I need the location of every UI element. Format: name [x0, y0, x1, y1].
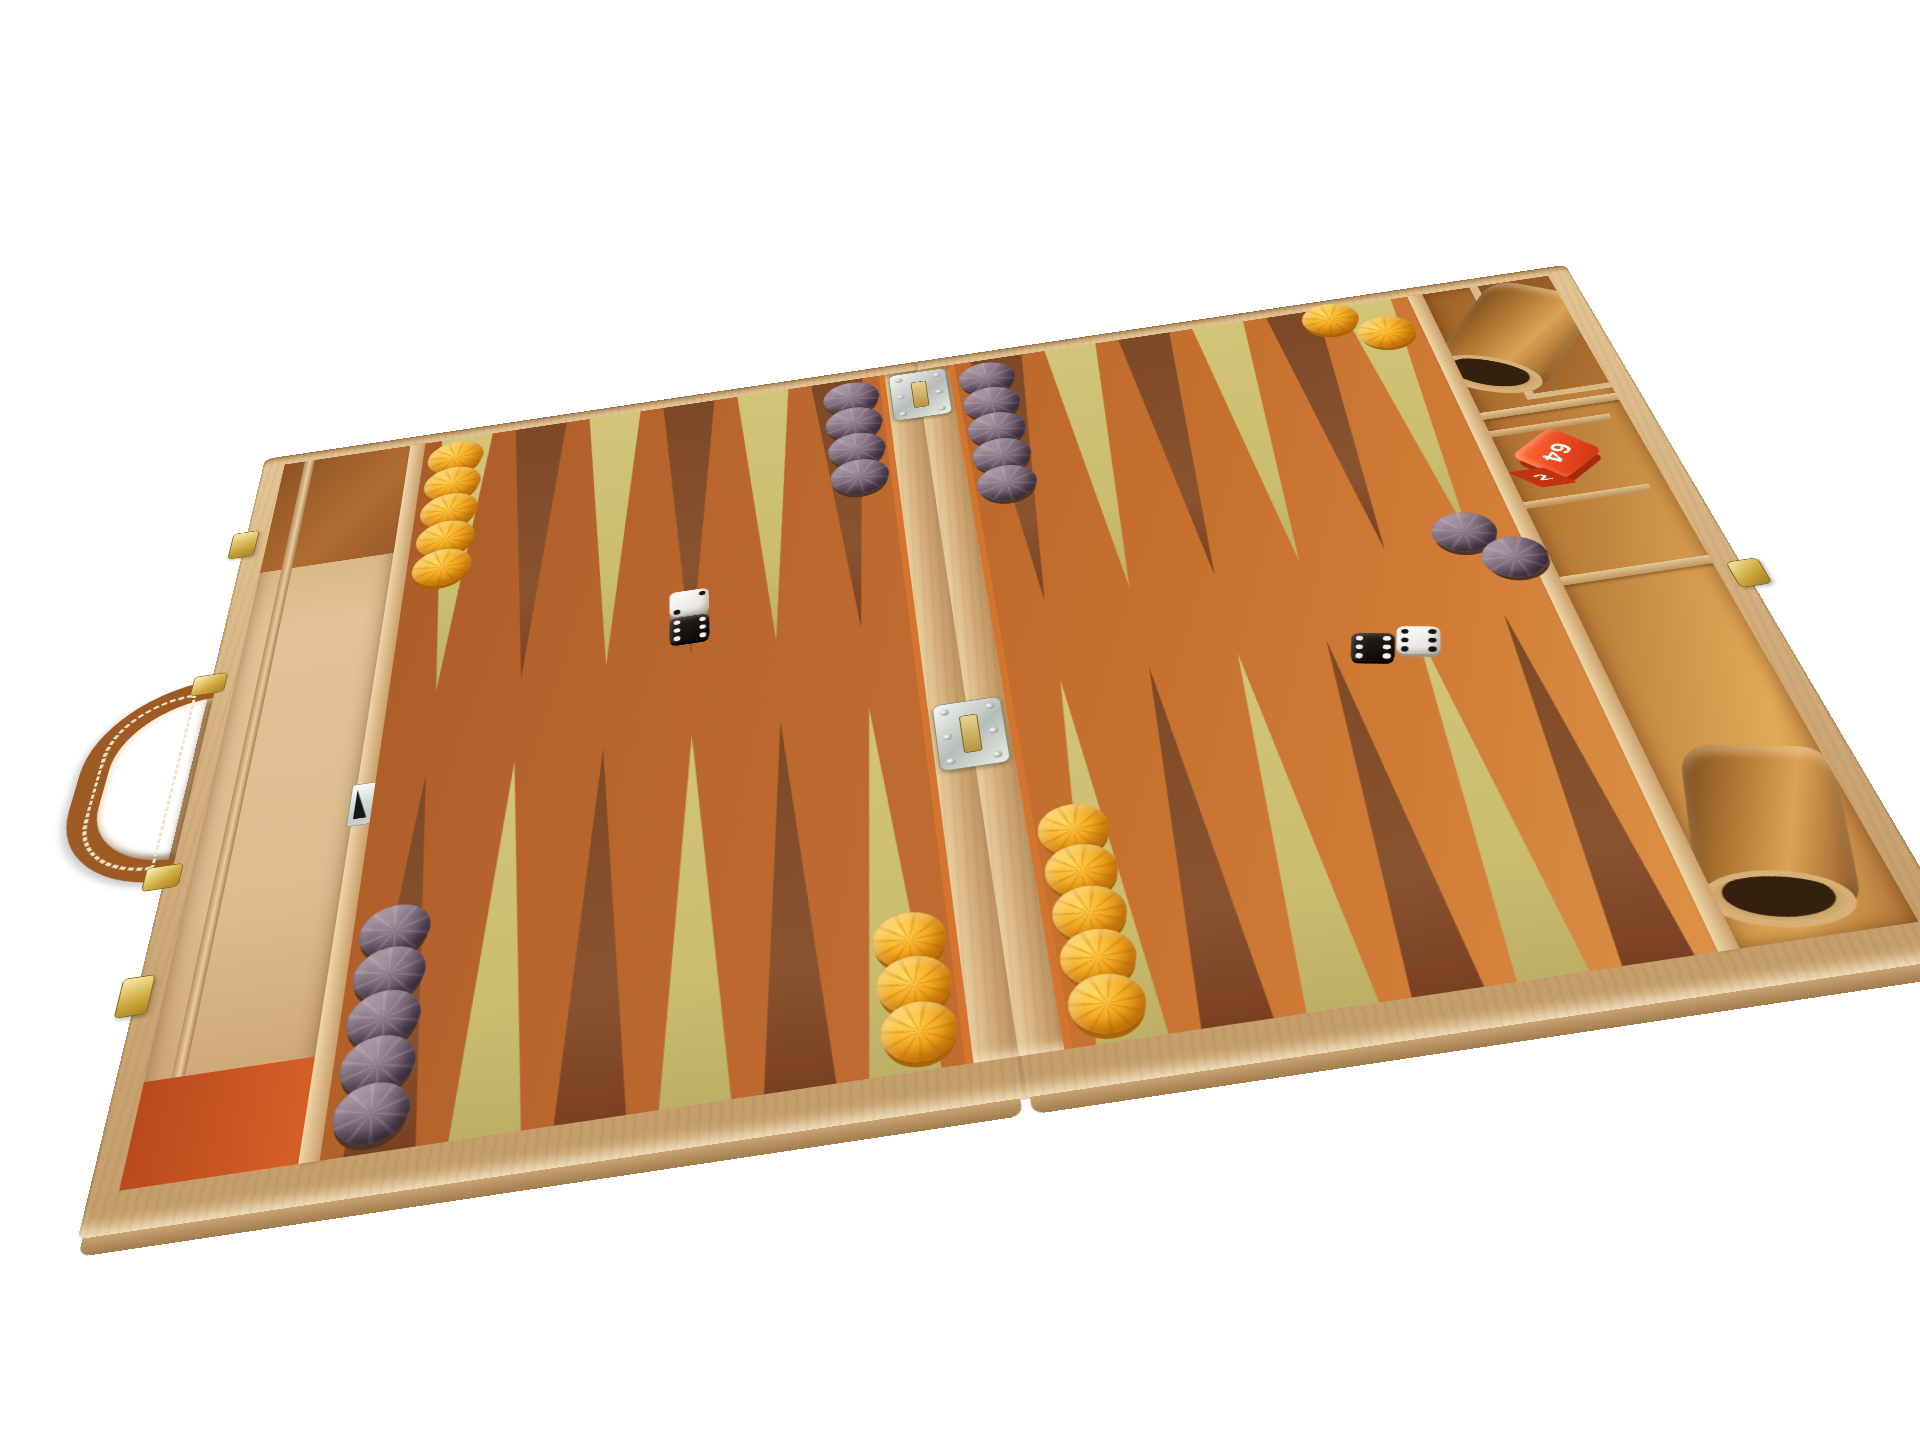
- die-white[interactable]: [1397, 627, 1441, 655]
- backgammon-case: 64 2: [77, 265, 1920, 1242]
- left-board: [320, 375, 974, 1161]
- checker-amber[interactable]: [1301, 303, 1360, 336]
- die-pip: [1355, 654, 1363, 659]
- stack-point-18[interactable]: [822, 379, 891, 498]
- point-9[interactable]: [652, 730, 738, 1112]
- die-pip: [1383, 654, 1391, 659]
- die-pip: [673, 620, 680, 625]
- point-14[interactable]: [486, 422, 571, 684]
- brand-triangle-icon: [353, 788, 371, 819]
- tray-felt-strip: [119, 1057, 315, 1191]
- die-pip: [1429, 638, 1436, 643]
- tray-leather-panel: [260, 446, 410, 573]
- die-pip: [1356, 636, 1363, 641]
- right-case-half: 64 2: [915, 265, 1920, 1100]
- hinge-top: [888, 368, 953, 422]
- shelf-bar: [1514, 484, 1653, 511]
- die-pip: [1401, 647, 1408, 652]
- die-pip: [698, 591, 705, 596]
- stack-point-7[interactable]: [870, 908, 962, 1068]
- die-pip: [673, 628, 680, 633]
- photo-backdrop: 64 2: [0, 0, 1920, 1440]
- die-pip: [1384, 645, 1391, 650]
- point-10[interactable]: [547, 743, 640, 1127]
- die-pip: [1401, 638, 1408, 643]
- checker-amber[interactable]: [1350, 312, 1423, 352]
- die-pip: [699, 624, 706, 629]
- die-pip: [673, 636, 680, 641]
- point-17[interactable]: [733, 389, 811, 646]
- dice-pair-left: [670, 588, 710, 645]
- die-pip: [1401, 629, 1408, 634]
- die-black[interactable]: [1351, 633, 1395, 661]
- tray-divider: [1559, 555, 1713, 586]
- doubling-cube[interactable]: 64 2: [1511, 427, 1603, 479]
- die-pip: [1356, 645, 1364, 650]
- die-pip: [1384, 636, 1391, 641]
- die-pip: [1429, 630, 1436, 635]
- die-pip: [699, 616, 706, 621]
- left-case-half: [77, 362, 1025, 1241]
- point-11[interactable]: [441, 756, 550, 1143]
- die-pip: [673, 610, 680, 615]
- die-pip: [699, 633, 706, 638]
- point-15[interactable]: [571, 411, 645, 671]
- point-8[interactable]: [744, 716, 843, 1095]
- hinge-bottom: [932, 696, 1012, 772]
- die-pip: [1429, 647, 1437, 652]
